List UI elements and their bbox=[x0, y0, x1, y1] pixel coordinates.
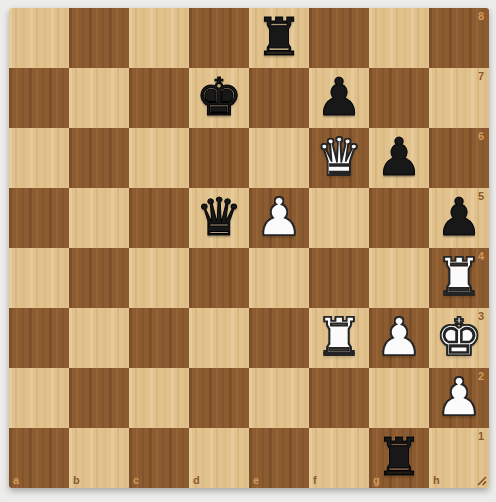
square-e6[interactable] bbox=[249, 128, 309, 188]
square-d2[interactable] bbox=[189, 368, 249, 428]
square-g8[interactable] bbox=[369, 8, 429, 68]
square-e3[interactable] bbox=[249, 308, 309, 368]
square-c8[interactable] bbox=[129, 8, 189, 68]
square-e2[interactable] bbox=[249, 368, 309, 428]
square-e1[interactable]: e bbox=[249, 428, 309, 488]
piece-white-pawn-g3[interactable]: ♟ bbox=[376, 311, 423, 363]
square-a3[interactable] bbox=[9, 308, 69, 368]
square-f6[interactable]: ♛ bbox=[309, 128, 369, 188]
square-f8[interactable] bbox=[309, 8, 369, 68]
square-c4[interactable] bbox=[129, 248, 189, 308]
square-e8[interactable]: ♜ bbox=[249, 8, 309, 68]
coordinate-file-e: e bbox=[253, 475, 259, 486]
square-a7[interactable] bbox=[9, 68, 69, 128]
square-f3[interactable]: ♜ bbox=[309, 308, 369, 368]
coordinate-file-d: d bbox=[193, 475, 200, 486]
coordinate-file-b: b bbox=[73, 475, 80, 486]
square-g2[interactable] bbox=[369, 368, 429, 428]
coordinate-rank-1: 1 bbox=[478, 431, 484, 442]
square-d7[interactable]: ♚ bbox=[189, 68, 249, 128]
square-a6[interactable] bbox=[9, 128, 69, 188]
square-f5[interactable] bbox=[309, 188, 369, 248]
square-g3[interactable]: ♟ bbox=[369, 308, 429, 368]
square-b8[interactable] bbox=[69, 8, 129, 68]
square-a4[interactable] bbox=[9, 248, 69, 308]
coordinate-rank-7: 7 bbox=[478, 71, 484, 82]
coordinate-file-a: a bbox=[13, 475, 19, 486]
coordinate-rank-8: 8 bbox=[478, 11, 484, 22]
square-f1[interactable]: f bbox=[309, 428, 369, 488]
square-a2[interactable] bbox=[9, 368, 69, 428]
square-c7[interactable] bbox=[129, 68, 189, 128]
square-h2[interactable]: 2♟ bbox=[429, 368, 489, 428]
square-h3[interactable]: 3♚ bbox=[429, 308, 489, 368]
square-h6[interactable]: 6 bbox=[429, 128, 489, 188]
square-b5[interactable] bbox=[69, 188, 129, 248]
square-g5[interactable] bbox=[369, 188, 429, 248]
piece-white-rook-h4[interactable]: ♜ bbox=[436, 251, 483, 303]
coordinate-file-c: c bbox=[133, 475, 139, 486]
coordinate-file-h: h bbox=[433, 475, 440, 486]
square-e5[interactable]: ♟ bbox=[249, 188, 309, 248]
square-g1[interactable]: g♜ bbox=[369, 428, 429, 488]
square-c1[interactable]: c bbox=[129, 428, 189, 488]
square-a5[interactable] bbox=[9, 188, 69, 248]
piece-black-king-d7[interactable]: ♚ bbox=[196, 71, 243, 123]
square-d5[interactable]: ♛ bbox=[189, 188, 249, 248]
square-e7[interactable] bbox=[249, 68, 309, 128]
square-f7[interactable]: ♟ bbox=[309, 68, 369, 128]
piece-black-queen-d5[interactable]: ♛ bbox=[196, 191, 243, 243]
square-a1[interactable]: a bbox=[9, 428, 69, 488]
resize-handle-icon[interactable] bbox=[475, 474, 487, 486]
square-h8[interactable]: 8 bbox=[429, 8, 489, 68]
square-g7[interactable] bbox=[369, 68, 429, 128]
piece-black-pawn-f7[interactable]: ♟ bbox=[316, 71, 363, 123]
piece-white-pawn-h2[interactable]: ♟ bbox=[436, 371, 483, 423]
square-h5[interactable]: 5♟ bbox=[429, 188, 489, 248]
piece-white-pawn-e5[interactable]: ♟ bbox=[256, 191, 303, 243]
square-c5[interactable] bbox=[129, 188, 189, 248]
square-d4[interactable] bbox=[189, 248, 249, 308]
square-c3[interactable] bbox=[129, 308, 189, 368]
square-b6[interactable] bbox=[69, 128, 129, 188]
piece-black-pawn-h5[interactable]: ♟ bbox=[436, 191, 483, 243]
square-b3[interactable] bbox=[69, 308, 129, 368]
square-b4[interactable] bbox=[69, 248, 129, 308]
square-h4[interactable]: 4♜ bbox=[429, 248, 489, 308]
coordinate-file-f: f bbox=[313, 475, 317, 486]
piece-black-pawn-g6[interactable]: ♟ bbox=[376, 131, 423, 183]
square-f4[interactable] bbox=[309, 248, 369, 308]
square-d3[interactable] bbox=[189, 308, 249, 368]
chess-board: ♜8♚♟7♛♟6♛♟5♟4♜♜♟3♚2♟abcdefg♜1h bbox=[9, 8, 489, 488]
square-b7[interactable] bbox=[69, 68, 129, 128]
square-d6[interactable] bbox=[189, 128, 249, 188]
square-g4[interactable] bbox=[369, 248, 429, 308]
square-b1[interactable]: b bbox=[69, 428, 129, 488]
coordinate-rank-6: 6 bbox=[478, 131, 484, 142]
square-d8[interactable] bbox=[189, 8, 249, 68]
piece-white-queen-f6[interactable]: ♛ bbox=[316, 131, 363, 183]
square-b2[interactable] bbox=[69, 368, 129, 428]
piece-white-king-h3[interactable]: ♚ bbox=[436, 311, 483, 363]
square-c6[interactable] bbox=[129, 128, 189, 188]
piece-white-rook-f3[interactable]: ♜ bbox=[316, 311, 363, 363]
square-d1[interactable]: d bbox=[189, 428, 249, 488]
square-c2[interactable] bbox=[129, 368, 189, 428]
square-f2[interactable] bbox=[309, 368, 369, 428]
square-e4[interactable] bbox=[249, 248, 309, 308]
analysis-board-panel: ♜8♚♟7♛♟6♛♟5♟4♜♜♟3♚2♟abcdefg♜1h bbox=[0, 0, 496, 502]
square-h7[interactable]: 7 bbox=[429, 68, 489, 128]
piece-black-rook-e8[interactable]: ♜ bbox=[256, 11, 303, 63]
square-g6[interactable]: ♟ bbox=[369, 128, 429, 188]
piece-black-rook-g1[interactable]: ♜ bbox=[376, 431, 423, 483]
square-a8[interactable] bbox=[9, 8, 69, 68]
